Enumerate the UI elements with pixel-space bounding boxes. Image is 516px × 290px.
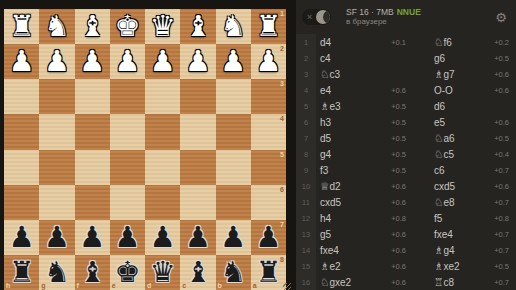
file-label-c: c [182, 282, 186, 289]
move-eval: +0.2 [494, 38, 509, 47]
square-h8[interactable]: ♜h [4, 255, 39, 290]
move-san[interactable]: ♘c5 [434, 148, 494, 160]
black-move-cell[interactable]: ♖c8+0.7 [430, 274, 516, 290]
move-san[interactable]: d6 [434, 101, 509, 112]
move-eval: +0.6 [494, 118, 509, 127]
white-move-cell[interactable]: ♘c3 [316, 66, 430, 82]
white-move-cell[interactable]: c4 [316, 50, 430, 66]
white-move-cell[interactable]: fxe4+0.6 [316, 242, 430, 258]
black-move-cell[interactable]: e5+0.6 [430, 114, 516, 130]
square-d4[interactable] [145, 114, 180, 149]
piece-wP[interactable]: ♟ [220, 47, 246, 76]
piece-bQ[interactable]: ♛ [150, 258, 176, 287]
piece-wR[interactable]: ♜ [9, 12, 35, 41]
square-f2[interactable]: ♟ [75, 44, 110, 79]
move-list: 1d4+0.1♘f6+0.22c4g6+0.53♘c3♗g7+0.64e4+0.… [296, 34, 516, 290]
move-row-15: 15♗e2+0.6♗xe2+0.5 [296, 258, 516, 274]
square-b1[interactable]: ♞ [216, 9, 251, 44]
square-b8[interactable]: ♞b [216, 255, 251, 290]
nnue-badge: NNUE [397, 7, 421, 17]
engine-info: SF 16 · 7MBNNUE в браузере [346, 7, 421, 27]
square-h7[interactable]: ♟ [4, 220, 39, 255]
move-eval: +0.5 [391, 150, 406, 159]
move-number: 9 [296, 162, 316, 178]
move-san[interactable]: h4 [320, 213, 391, 224]
file-label-e: e [112, 282, 116, 289]
move-san[interactable]: c6 [434, 165, 494, 176]
white-move-cell[interactable]: ♕d2+0.6 [316, 178, 430, 194]
engine-name: SF 16 · 7MB [346, 7, 394, 17]
move-san[interactable]: ♗e2 [320, 260, 391, 272]
piece-letter-glyph: ♗ [434, 260, 443, 272]
black-move-cell[interactable]: fxe4+0.7 [430, 226, 516, 242]
black-move-cell[interactable]: ♘f6+0.2 [430, 34, 516, 50]
move-number: 4 [296, 82, 316, 98]
square-b5[interactable] [216, 150, 251, 185]
file-label-b: b [218, 282, 222, 289]
piece-bP[interactable]: ♟ [79, 223, 105, 252]
piece-bN[interactable]: ♞ [220, 258, 246, 287]
piece-bP[interactable]: ♟ [150, 223, 176, 252]
file-label-f: f [77, 282, 79, 289]
black-move-cell[interactable]: ♗xe2+0.5 [430, 258, 516, 274]
move-eval: +0.1 [391, 38, 406, 47]
white-move-cell[interactable]: h3+0.5 [316, 114, 430, 130]
move-number: 16 [296, 274, 316, 290]
piece-bP[interactable]: ♟ [185, 223, 211, 252]
black-move-cell[interactable]: ♘e8+0.7 [430, 194, 516, 210]
move-san[interactable]: ♘a6 [434, 132, 494, 144]
black-move-cell[interactable]: ♘c5+0.4 [430, 146, 516, 162]
move-san[interactable]: e5 [434, 117, 494, 128]
square-e7[interactable]: ♟ [110, 220, 145, 255]
file-label-g: g [41, 282, 45, 289]
square-c6[interactable] [180, 185, 215, 220]
black-move-cell[interactable]: ♗g7+0.6 [430, 66, 516, 82]
move-number: 14 [296, 242, 316, 258]
move-san[interactable]: f5 [434, 213, 494, 224]
move-number: 1 [296, 34, 316, 50]
square-c7[interactable]: ♟ [180, 220, 215, 255]
rank-label-8: 8 [280, 256, 284, 263]
black-move-cell[interactable]: g6+0.5 [430, 50, 516, 66]
move-eval: +0.6 [391, 278, 406, 287]
square-g4[interactable] [39, 114, 74, 149]
piece-letter-glyph: ♘ [434, 196, 443, 208]
move-san[interactable]: d5 [320, 133, 391, 144]
move-san[interactable]: ♘e8 [434, 196, 494, 208]
move-eval: +0.8 [391, 214, 406, 223]
move-san[interactable]: cxd5 [320, 197, 391, 208]
square-g1[interactable]: ♞ [39, 9, 74, 44]
piece-letter-glyph: ♕ [320, 180, 329, 192]
piece-wP[interactable]: ♟ [79, 47, 105, 76]
square-b7[interactable]: ♟ [216, 220, 251, 255]
square-a6[interactable]: 6 [251, 185, 286, 220]
move-san[interactable]: h3 [320, 117, 391, 128]
rank-label-5: 5 [280, 151, 284, 158]
move-row-16: 16♘gxe2+0.6♖c8+0.7 [296, 274, 516, 290]
move-san[interactable]: ♕d2 [320, 180, 391, 192]
square-d5[interactable] [145, 150, 180, 185]
square-f7[interactable]: ♟ [75, 220, 110, 255]
board[interactable]: ♜♞♝♚♛♝♞♜1♟♟♟♟♟♟♟♟23456♟♟♟♟♟♟♟♟7♜h♞g♝f♚e♛… [4, 9, 286, 290]
square-a3[interactable]: 3 [251, 79, 286, 114]
square-f8[interactable]: ♝f [75, 255, 110, 290]
square-g2[interactable]: ♟ [39, 44, 74, 79]
move-eval: +0.7 [494, 230, 509, 239]
white-move-cell[interactable]: g5+0.6 [316, 226, 430, 242]
piece-letter-glyph: ♘ [434, 132, 443, 144]
move-row-9: 9f3+0.5c6+0.7 [296, 162, 516, 178]
move-san[interactable]: f3 [320, 165, 391, 176]
piece-wB[interactable]: ♝ [79, 12, 105, 41]
square-c8[interactable]: ♝c [180, 255, 215, 290]
rank-label-7: 7 [280, 221, 284, 228]
rank-label-6: 6 [280, 186, 284, 193]
square-e2[interactable]: ♟ [110, 44, 145, 79]
move-number: 3 [296, 66, 316, 82]
square-c4[interactable] [180, 114, 215, 149]
move-row-6: 6h3+0.5e5+0.6 [296, 114, 516, 130]
square-h4[interactable] [4, 114, 39, 149]
piece-wP[interactable]: ♟ [9, 47, 35, 76]
piece-wR[interactable]: ♜ [255, 12, 281, 41]
move-number: 5 [296, 98, 316, 114]
piece-bR[interactable]: ♜ [255, 258, 281, 287]
move-san[interactable]: ♗g7 [434, 68, 494, 80]
gear-icon[interactable]: ⚙ [495, 10, 507, 25]
move-eval: +0.6 [494, 182, 509, 191]
move-san[interactable]: ♘c3 [320, 68, 406, 80]
square-d6[interactable] [145, 185, 180, 220]
move-eval: +0.6 [391, 246, 406, 255]
move-eval: +0.5 [391, 134, 406, 143]
piece-letter-glyph: ♘ [320, 276, 329, 288]
file-label-h: h [6, 282, 10, 289]
piece-bP[interactable]: ♟ [220, 223, 246, 252]
engine-header: × SF 16 · 7MBNNUE в браузере ⚙ [296, 0, 516, 34]
move-eval: +0.5 [494, 54, 509, 63]
square-d1[interactable]: ♛ [145, 9, 180, 44]
square-c5[interactable] [180, 150, 215, 185]
move-row-14: 14fxe4+0.6♗g4+0.7 [296, 242, 516, 258]
move-row-4: 4e4+0.6O-O+0.6 [296, 82, 516, 98]
black-move-cell[interactable]: c6+0.7 [430, 162, 516, 178]
piece-wP[interactable]: ♟ [150, 47, 176, 76]
square-a5[interactable]: 5 [251, 150, 286, 185]
square-a4[interactable]: 4 [251, 114, 286, 149]
move-number: 10 [296, 178, 316, 194]
move-number: 2 [296, 50, 316, 66]
square-h2[interactable]: ♟ [4, 44, 39, 79]
piece-wB[interactable]: ♝ [185, 12, 211, 41]
move-san[interactable]: c4 [320, 53, 406, 64]
piece-wP[interactable]: ♟ [255, 47, 281, 76]
piece-bP[interactable]: ♟ [44, 223, 70, 252]
square-a1[interactable]: ♜1 [251, 9, 286, 44]
move-eval: +0.6 [391, 182, 406, 191]
square-e3[interactable] [110, 79, 145, 114]
move-san[interactable]: g4 [320, 149, 391, 160]
black-move-cell[interactable]: f5+0.8 [430, 210, 516, 226]
square-f4[interactable] [75, 114, 110, 149]
analysis-app: ♜♞♝♚♛♝♞♜1♟♟♟♟♟♟♟♟23456♟♟♟♟♟♟♟♟7♜h♞g♝f♚e♛… [0, 0, 516, 290]
square-b3[interactable] [216, 79, 251, 114]
piece-wP[interactable]: ♟ [114, 47, 140, 76]
white-move-cell[interactable]: ♗e3+0.5 [316, 98, 430, 114]
square-h5[interactable] [4, 150, 39, 185]
move-eval: +0.7 [494, 246, 509, 255]
move-eval: +0.5 [391, 102, 406, 111]
move-row-13: 13g5+0.6fxe4+0.7 [296, 226, 516, 242]
move-eval: +0.5 [494, 262, 509, 271]
piece-wP[interactable]: ♟ [185, 47, 211, 76]
black-move-cell[interactable]: ♗g4+0.7 [430, 242, 516, 258]
move-number: 13 [296, 226, 316, 242]
piece-letter-glyph: ♘ [434, 36, 443, 48]
square-d7[interactable]: ♟ [145, 220, 180, 255]
square-g3[interactable] [39, 79, 74, 114]
square-h1[interactable]: ♜ [4, 9, 39, 44]
move-san[interactable]: fxe4 [434, 229, 494, 240]
move-row-2: 2c4g6+0.5 [296, 50, 516, 66]
square-c2[interactable]: ♟ [180, 44, 215, 79]
white-move-cell[interactable]: h4+0.8 [316, 210, 430, 226]
square-g7[interactable]: ♟ [39, 220, 74, 255]
square-h6[interactable] [4, 185, 39, 220]
move-eval: +0.5 [391, 166, 406, 175]
engine-subtitle: в браузере [346, 17, 421, 27]
black-move-cell[interactable]: ♘a6+0.5 [430, 130, 516, 146]
square-e1[interactable]: ♚ [110, 9, 145, 44]
move-san[interactable]: e4 [320, 85, 391, 96]
move-number: 7 [296, 130, 316, 146]
file-label-d: d [147, 282, 151, 289]
white-move-cell[interactable]: cxd5+0.6 [316, 194, 430, 210]
move-row-8: 8g4+0.5♘c5+0.4 [296, 146, 516, 162]
move-eval: +0.7 [494, 278, 509, 287]
engine-panel: × SF 16 · 7MBNNUE в браузере ⚙ 1d4+0.1♘f… [296, 0, 516, 290]
move-san[interactable]: ♘f6 [434, 36, 494, 48]
piece-letter-glyph: ♘ [434, 148, 443, 160]
move-eval: +0.7 [494, 198, 509, 207]
move-eval: +0.5 [391, 118, 406, 127]
square-a8[interactable]: ♜8a [251, 255, 286, 290]
move-eval: +0.4 [494, 150, 509, 159]
white-move-cell[interactable]: ♗e2+0.6 [316, 258, 430, 274]
move-row-1: 1d4+0.1♘f6+0.2 [296, 34, 516, 50]
piece-letter-glyph: ♗ [434, 68, 443, 80]
black-move-cell[interactable]: cxd5+0.6 [430, 178, 516, 194]
move-number: 11 [296, 194, 316, 210]
move-row-11: 11cxd5+0.6♘e8+0.7 [296, 194, 516, 210]
piece-wQ[interactable]: ♛ [150, 12, 176, 41]
move-eval: +0.6 [391, 262, 406, 271]
move-eval: +0.6 [391, 198, 406, 207]
piece-bB[interactable]: ♝ [185, 258, 211, 287]
move-eval: +0.5 [494, 134, 509, 143]
move-eval: +0.8 [494, 214, 509, 223]
square-c1[interactable]: ♝ [180, 9, 215, 44]
move-row-10: 10♕d2+0.6cxd5+0.6 [296, 178, 516, 194]
piece-wK[interactable]: ♚ [114, 12, 140, 41]
piece-letter-glyph: ♘ [320, 68, 329, 80]
move-san[interactable]: g5 [320, 229, 391, 240]
rank-label-3: 3 [280, 80, 284, 87]
square-f3[interactable] [75, 79, 110, 114]
square-h3[interactable] [4, 79, 39, 114]
move-number: 8 [296, 146, 316, 162]
square-a7[interactable]: ♟7 [251, 220, 286, 255]
move-row-3: 3♘c3♗g7+0.6 [296, 66, 516, 82]
square-b6[interactable] [216, 185, 251, 220]
move-san[interactable]: O-O [434, 85, 494, 96]
white-move-cell[interactable]: g4+0.5 [316, 146, 430, 162]
piece-bB[interactable]: ♝ [79, 258, 105, 287]
square-b4[interactable] [216, 114, 251, 149]
move-san[interactable]: ♖c8 [434, 276, 494, 288]
move-row-5: 5♗e3+0.5d6 [296, 98, 516, 114]
piece-bP[interactable]: ♟ [9, 223, 35, 252]
piece-letter-glyph: ♗ [320, 100, 329, 112]
square-e8[interactable]: ♚e [110, 255, 145, 290]
square-f5[interactable] [75, 150, 110, 185]
square-d8[interactable]: ♛d [145, 255, 180, 290]
toggle-close-icon: × [307, 12, 312, 22]
square-b2[interactable]: ♟ [216, 44, 251, 79]
piece-wN[interactable]: ♞ [44, 12, 70, 41]
square-g6[interactable] [39, 185, 74, 220]
move-san[interactable]: ♗e3 [320, 100, 391, 112]
white-move-cell[interactable]: ♘gxe2+0.6 [316, 274, 430, 290]
black-move-cell[interactable]: O-O+0.6 [430, 82, 516, 98]
move-number: 15 [296, 258, 316, 274]
piece-bN[interactable]: ♞ [44, 258, 70, 287]
piece-bR[interactable]: ♜ [9, 258, 35, 287]
square-f1[interactable]: ♝ [75, 9, 110, 44]
piece-wN[interactable]: ♞ [220, 12, 246, 41]
move-eval: +0.6 [494, 70, 509, 79]
move-number: 6 [296, 114, 316, 130]
rank-label-4: 4 [280, 115, 284, 122]
square-a2[interactable]: ♟2 [251, 44, 286, 79]
move-san[interactable]: ♗xe2 [434, 260, 494, 272]
piece-wP[interactable]: ♟ [44, 47, 70, 76]
piece-bP[interactable]: ♟ [114, 223, 140, 252]
rank-label-2: 2 [280, 45, 284, 52]
engine-name-line: SF 16 · 7MBNNUE [346, 7, 421, 17]
move-number: 12 [296, 210, 316, 226]
move-eval: +0.6 [391, 86, 406, 95]
engine-toggle[interactable]: × [302, 9, 331, 25]
piece-letter-glyph: ♖ [434, 276, 443, 288]
move-san[interactable]: ♗g4 [434, 244, 494, 256]
white-move-cell[interactable]: d4+0.1 [316, 34, 430, 50]
white-move-cell[interactable]: d5+0.5 [316, 130, 430, 146]
board-area: ♜♞♝♚♛♝♞♜1♟♟♟♟♟♟♟♟23456♟♟♟♟♟♟♟♟7♜h♞g♝f♚e♛… [0, 0, 290, 290]
move-san[interactable]: g6 [434, 53, 494, 64]
move-san[interactable]: fxe4 [320, 245, 391, 256]
white-move-cell[interactable]: f3+0.5 [316, 162, 430, 178]
move-san[interactable]: ♘gxe2 [320, 276, 391, 288]
move-row-7: 7d5+0.5♘a6+0.5 [296, 130, 516, 146]
square-g5[interactable] [39, 150, 74, 185]
toggle-knob[interactable] [316, 10, 330, 24]
white-move-cell[interactable]: e4+0.6 [316, 82, 430, 98]
square-e5[interactable] [110, 150, 145, 185]
move-eval: +0.6 [391, 230, 406, 239]
board-resize-handle[interactable] [283, 283, 291, 290]
rank-label-1: 1 [280, 10, 284, 17]
square-c3[interactable] [180, 79, 215, 114]
move-san[interactable]: d4 [320, 37, 391, 48]
move-row-12: 12h4+0.8f5+0.8 [296, 210, 516, 226]
square-e4[interactable] [110, 114, 145, 149]
square-g8[interactable]: ♞g [39, 255, 74, 290]
move-eval: +0.7 [494, 166, 509, 175]
square-e6[interactable] [110, 185, 145, 220]
square-d3[interactable] [145, 79, 180, 114]
move-eval: +0.6 [494, 86, 509, 95]
move-san[interactable]: cxd5 [434, 181, 494, 192]
piece-bP[interactable]: ♟ [255, 223, 281, 252]
file-label-a: a [253, 282, 257, 289]
black-move-cell[interactable]: d6 [430, 98, 516, 114]
piece-letter-glyph: ♗ [320, 260, 329, 272]
square-f6[interactable] [75, 185, 110, 220]
piece-letter-glyph: ♗ [434, 244, 443, 256]
square-d2[interactable]: ♟ [145, 44, 180, 79]
piece-bK[interactable]: ♚ [114, 258, 140, 287]
